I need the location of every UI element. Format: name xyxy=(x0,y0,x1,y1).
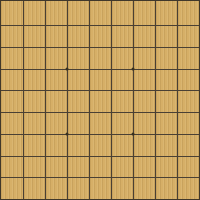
board-cell-r2c6[interactable] xyxy=(111,25,133,47)
board-cell-r6c7[interactable] xyxy=(133,112,155,134)
board-cell-r1c5[interactable] xyxy=(89,1,111,25)
board-cell-r6c9[interactable] xyxy=(177,112,199,134)
shogi-screenshot xyxy=(0,0,200,200)
board-cell-r1c8[interactable] xyxy=(155,1,177,25)
board-cell-r4c1[interactable] xyxy=(1,69,23,91)
board-cell-r9c7[interactable] xyxy=(133,177,155,199)
board-cell-r7c2[interactable] xyxy=(23,134,45,156)
board-cell-r5c8[interactable] xyxy=(155,90,177,112)
hoshi-dot xyxy=(132,132,135,135)
board-cell-r3c2[interactable] xyxy=(23,47,45,69)
board-cell-r9c4[interactable] xyxy=(67,177,89,199)
board-cell-r2c4[interactable] xyxy=(67,25,89,47)
board-cell-r2c5[interactable] xyxy=(89,25,111,47)
board-cell-r4c6[interactable] xyxy=(111,69,133,91)
board-cell-r5c3[interactable] xyxy=(45,90,67,112)
board-cell-r6c5[interactable] xyxy=(89,112,111,134)
board-cell-r8c8[interactable] xyxy=(155,156,177,178)
board-cell-r6c4[interactable] xyxy=(67,112,89,134)
board-cell-r3c6[interactable] xyxy=(111,47,133,69)
board-cell-r9c2[interactable] xyxy=(23,177,45,199)
board-cell-r6c8[interactable] xyxy=(155,112,177,134)
board-cell-r4c9[interactable] xyxy=(177,69,199,91)
board-cell-r9c6[interactable] xyxy=(111,177,133,199)
board-cell-r9c3[interactable] xyxy=(45,177,67,199)
board-cell-r5c5[interactable] xyxy=(89,90,111,112)
board-cell-r2c2[interactable] xyxy=(23,25,45,47)
board-cell-r6c1[interactable] xyxy=(1,112,23,134)
board-cell-r1c1[interactable] xyxy=(1,1,23,25)
board-cell-r9c5[interactable] xyxy=(89,177,111,199)
board-cell-r5c1[interactable] xyxy=(1,90,23,112)
board-cell-r7c8[interactable] xyxy=(155,134,177,156)
board-cell-r5c4[interactable] xyxy=(67,90,89,112)
hoshi-dot xyxy=(66,67,69,70)
board-cell-r9c1[interactable] xyxy=(1,177,23,199)
board-cell-r7c6[interactable] xyxy=(111,134,133,156)
board-cell-r8c5[interactable] xyxy=(89,156,111,178)
board-cell-r2c8[interactable] xyxy=(155,25,177,47)
board-cell-r4c4[interactable] xyxy=(67,69,89,91)
board-cell-r2c9[interactable] xyxy=(177,25,199,47)
board-cell-r6c3[interactable] xyxy=(45,112,67,134)
board-cell-r8c3[interactable] xyxy=(45,156,67,178)
board-cell-r4c5[interactable] xyxy=(89,69,111,91)
board-cell-r3c9[interactable] xyxy=(177,47,199,69)
board-cell-r3c3[interactable] xyxy=(45,47,67,69)
board-cell-r4c2[interactable] xyxy=(23,69,45,91)
board-cell-r1c3[interactable] xyxy=(45,1,67,25)
board-cell-r3c4[interactable] xyxy=(67,47,89,69)
board-cell-r7c5[interactable] xyxy=(89,134,111,156)
board-cell-r2c7[interactable] xyxy=(133,25,155,47)
hoshi-dot xyxy=(66,132,69,135)
board-cell-r8c2[interactable] xyxy=(23,156,45,178)
board-cell-r1c6[interactable] xyxy=(111,1,133,25)
board-cell-r8c4[interactable] xyxy=(67,156,89,178)
board-cell-r7c3[interactable] xyxy=(45,134,67,156)
board-cell-r1c7[interactable] xyxy=(133,1,155,25)
board-cell-r6c6[interactable] xyxy=(111,112,133,134)
shogi-board xyxy=(0,0,200,200)
board-cell-r3c8[interactable] xyxy=(155,47,177,69)
board-cell-r3c5[interactable] xyxy=(89,47,111,69)
board-cell-r1c9[interactable] xyxy=(177,1,199,25)
board-cell-r5c6[interactable] xyxy=(111,90,133,112)
board-cell-r4c3[interactable] xyxy=(45,69,67,91)
board-cell-r5c9[interactable] xyxy=(177,90,199,112)
board-cell-r4c7[interactable] xyxy=(133,69,155,91)
board-cell-r8c1[interactable] xyxy=(1,156,23,178)
board-cell-r1c4[interactable] xyxy=(67,1,89,25)
board-cell-r4c8[interactable] xyxy=(155,69,177,91)
board-cell-r7c1[interactable] xyxy=(1,134,23,156)
hoshi-dot xyxy=(132,67,135,70)
board-cell-r7c9[interactable] xyxy=(177,134,199,156)
board-cell-r7c4[interactable] xyxy=(67,134,89,156)
board-cell-r6c2[interactable] xyxy=(23,112,45,134)
board-cell-r8c9[interactable] xyxy=(177,156,199,178)
board-cell-r2c1[interactable] xyxy=(1,25,23,47)
board-cell-r7c7[interactable] xyxy=(133,134,155,156)
board-cell-r8c6[interactable] xyxy=(111,156,133,178)
board-cell-r3c7[interactable] xyxy=(133,47,155,69)
board-cell-r9c8[interactable] xyxy=(155,177,177,199)
board-cell-r1c2[interactable] xyxy=(23,1,45,25)
board-cell-r3c1[interactable] xyxy=(1,47,23,69)
board-cell-r2c3[interactable] xyxy=(45,25,67,47)
board-cell-r5c2[interactable] xyxy=(23,90,45,112)
board-cell-r5c7[interactable] xyxy=(133,90,155,112)
board-cell-r9c9[interactable] xyxy=(177,177,199,199)
board-cell-r8c7[interactable] xyxy=(133,156,155,178)
